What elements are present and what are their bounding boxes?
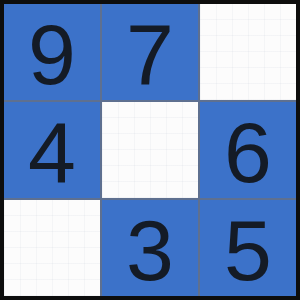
cell-digit: 6 [224, 109, 272, 195]
cell-digit: 7 [126, 11, 174, 97]
cell-digit: 4 [28, 109, 76, 195]
cell-r1c3[interactable] [200, 4, 296, 100]
board-frame: 974635 [0, 0, 300, 300]
cell-r3c2[interactable]: 3 [102, 200, 198, 296]
cell-r2c1[interactable]: 4 [4, 102, 100, 198]
sudoku-grid: 974635 [4, 4, 296, 296]
cell-r1c1[interactable]: 9 [4, 4, 100, 100]
cell-r2c2[interactable] [102, 102, 198, 198]
cell-digit: 9 [28, 11, 76, 97]
cell-r1c2[interactable]: 7 [102, 4, 198, 100]
cell-digit: 3 [126, 207, 174, 293]
cell-digit: 5 [224, 207, 272, 293]
cell-r3c3[interactable]: 5 [200, 200, 296, 296]
cell-r2c3[interactable]: 6 [200, 102, 296, 198]
cell-r3c1[interactable] [4, 200, 100, 296]
